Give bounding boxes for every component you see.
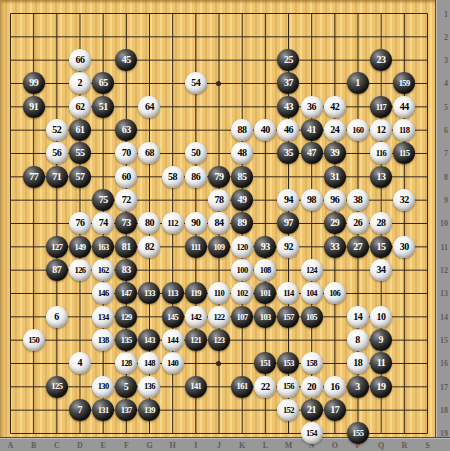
white-stone-64: 64 [138, 96, 160, 118]
row-label-14: 14 [440, 312, 448, 321]
row-label-1: 1 [444, 9, 448, 18]
white-stone-42: 42 [324, 96, 346, 118]
black-stone-13: 13 [370, 166, 392, 188]
black-stone-105: 105 [301, 306, 323, 328]
white-stone-82: 82 [138, 236, 160, 258]
black-stone-147: 147 [115, 282, 137, 304]
white-stone-88: 88 [231, 119, 253, 141]
white-stone-10: 10 [370, 306, 392, 328]
column-label-F: F [124, 441, 129, 450]
black-stone-119: 119 [185, 282, 207, 304]
black-stone-99: 99 [23, 72, 45, 94]
black-stone-131: 131 [92, 399, 114, 421]
black-stone-57: 57 [69, 166, 91, 188]
column-label-C: C [54, 441, 60, 450]
white-stone-138: 138 [92, 329, 114, 351]
white-stone-28: 28 [370, 212, 392, 234]
column-label-S: S [425, 441, 429, 450]
black-stone-77: 77 [23, 166, 45, 188]
black-stone-111: 111 [185, 236, 207, 258]
row-label-4: 4 [444, 79, 448, 88]
white-stone-100: 100 [231, 259, 253, 281]
black-stone-35: 35 [277, 142, 299, 164]
black-stone-163: 163 [92, 236, 114, 258]
column-label-M: M [285, 441, 293, 450]
black-stone-137: 137 [115, 399, 137, 421]
black-stone-7: 7 [69, 399, 91, 421]
white-stone-50: 50 [185, 142, 207, 164]
black-stone-129: 129 [115, 306, 137, 328]
black-stone-87: 87 [46, 259, 68, 281]
black-stone-97: 97 [277, 212, 299, 234]
black-stone-121: 121 [185, 329, 207, 351]
white-stone-136: 136 [138, 376, 160, 398]
white-stone-30: 30 [393, 236, 415, 258]
white-stone-62: 62 [69, 96, 91, 118]
black-stone-141: 141 [185, 376, 207, 398]
row-label-16: 16 [440, 359, 448, 368]
white-stone-118: 118 [393, 119, 415, 141]
row-label-11: 11 [440, 242, 448, 251]
white-stone-8: 8 [347, 329, 369, 351]
white-stone-154: 154 [301, 422, 323, 444]
black-stone-101: 101 [254, 282, 276, 304]
column-label-H: H [170, 441, 176, 450]
white-stone-56: 56 [46, 142, 68, 164]
column-label-A: A [8, 441, 14, 450]
white-stone-120: 120 [231, 236, 253, 258]
white-stone-32: 32 [393, 189, 415, 211]
white-stone-150: 150 [23, 329, 45, 351]
black-stone-21: 21 [301, 399, 323, 421]
black-stone-19: 19 [370, 376, 392, 398]
black-stone-81: 81 [115, 236, 137, 258]
white-stone-74: 74 [92, 212, 114, 234]
white-stone-22: 22 [254, 376, 276, 398]
star-point [216, 361, 221, 366]
white-stone-102: 102 [231, 282, 253, 304]
white-stone-98: 98 [301, 189, 323, 211]
black-stone-145: 145 [162, 306, 184, 328]
column-label-L: L [263, 441, 268, 450]
black-stone-9: 9 [370, 329, 392, 351]
black-stone-1: 1 [347, 72, 369, 94]
row-label-10: 10 [440, 219, 448, 228]
column-label-R: R [401, 441, 407, 450]
row-label-8: 8 [444, 172, 448, 181]
white-stone-86: 86 [185, 166, 207, 188]
black-stone-161: 161 [231, 376, 253, 398]
black-stone-149: 149 [69, 236, 91, 258]
black-stone-47: 47 [301, 142, 323, 164]
column-label-E: E [100, 441, 105, 450]
white-stone-12: 12 [370, 119, 392, 141]
black-stone-75: 75 [92, 189, 114, 211]
black-stone-25: 25 [277, 49, 299, 71]
white-stone-70: 70 [115, 142, 137, 164]
black-stone-73: 73 [115, 212, 137, 234]
black-stone-159: 159 [393, 72, 415, 94]
black-stone-157: 157 [277, 306, 299, 328]
black-stone-125: 125 [46, 376, 68, 398]
white-stone-60: 60 [115, 166, 137, 188]
white-stone-76: 76 [69, 212, 91, 234]
black-stone-115: 115 [393, 142, 415, 164]
black-stone-89: 89 [231, 212, 253, 234]
white-stone-152: 152 [277, 399, 299, 421]
white-stone-110: 110 [208, 282, 230, 304]
white-stone-44: 44 [393, 96, 415, 118]
white-stone-90: 90 [185, 212, 207, 234]
black-stone-123: 123 [208, 329, 230, 351]
white-stone-46: 46 [277, 119, 299, 141]
black-stone-85: 85 [231, 166, 253, 188]
star-point [216, 81, 221, 86]
white-stone-160: 160 [347, 119, 369, 141]
black-stone-27: 27 [347, 236, 369, 258]
black-stone-79: 79 [208, 166, 230, 188]
white-stone-116: 116 [370, 142, 392, 164]
white-stone-52: 52 [46, 119, 68, 141]
black-stone-139: 139 [138, 399, 160, 421]
black-stone-55: 55 [69, 142, 91, 164]
black-stone-51: 51 [92, 96, 114, 118]
white-stone-92: 92 [277, 236, 299, 258]
black-stone-3: 3 [347, 376, 369, 398]
row-label-9: 9 [444, 196, 448, 205]
black-stone-153: 153 [277, 352, 299, 374]
white-stone-104: 104 [301, 282, 323, 304]
black-stone-65: 65 [92, 72, 114, 94]
column-label-D: D [77, 441, 83, 450]
go-game-record-viewer: 1234567891011121314151617181920212223242… [0, 0, 450, 451]
white-stone-96: 96 [324, 189, 346, 211]
column-label-O: O [332, 441, 338, 450]
black-stone-93: 93 [254, 236, 276, 258]
row-label-6: 6 [444, 126, 448, 135]
white-stone-140: 140 [162, 352, 184, 374]
black-stone-103: 103 [254, 306, 276, 328]
black-stone-71: 71 [46, 166, 68, 188]
white-stone-112: 112 [162, 212, 184, 234]
black-stone-107: 107 [231, 306, 253, 328]
white-stone-80: 80 [138, 212, 160, 234]
black-stone-113: 113 [162, 282, 184, 304]
white-stone-78: 78 [208, 189, 230, 211]
black-stone-135: 135 [115, 329, 137, 351]
white-stone-84: 84 [208, 212, 230, 234]
white-stone-108: 108 [254, 259, 276, 281]
white-stone-68: 68 [138, 142, 160, 164]
column-label-B: B [31, 441, 36, 450]
column-label-G: G [146, 441, 152, 450]
black-stone-33: 33 [324, 236, 346, 258]
row-label-17: 17 [440, 382, 448, 391]
row-coordinates-strip: 12345678910111213141516171819 [435, 0, 450, 437]
black-stone-41: 41 [301, 119, 323, 141]
black-stone-109: 109 [208, 236, 230, 258]
white-stone-34: 34 [370, 259, 392, 281]
white-stone-128: 128 [115, 352, 137, 374]
white-stone-48: 48 [231, 142, 253, 164]
black-stone-143: 143 [138, 329, 160, 351]
white-stone-14: 14 [347, 306, 369, 328]
white-stone-40: 40 [254, 119, 276, 141]
white-stone-134: 134 [92, 306, 114, 328]
black-stone-5: 5 [115, 376, 137, 398]
white-stone-4: 4 [69, 352, 91, 374]
white-stone-66: 66 [69, 49, 91, 71]
white-stone-72: 72 [115, 189, 137, 211]
row-label-15: 15 [440, 336, 448, 345]
white-stone-38: 38 [347, 189, 369, 211]
row-label-7: 7 [444, 149, 448, 158]
black-stone-49: 49 [231, 189, 253, 211]
white-stone-2: 2 [69, 72, 91, 94]
white-stone-16: 16 [324, 376, 346, 398]
column-label-K: K [239, 441, 245, 450]
white-stone-94: 94 [277, 189, 299, 211]
column-label-Q: Q [378, 441, 384, 450]
black-stone-63: 63 [115, 119, 137, 141]
black-stone-31: 31 [324, 166, 346, 188]
white-stone-162: 162 [92, 259, 114, 281]
black-stone-117: 117 [370, 96, 392, 118]
black-stone-11: 11 [370, 352, 392, 374]
column-coordinates-strip: ABCDEFGHIJKLMNOPQRS [0, 437, 450, 451]
black-stone-91: 91 [23, 96, 45, 118]
black-stone-15: 15 [370, 236, 392, 258]
black-stone-43: 43 [277, 96, 299, 118]
white-stone-148: 148 [138, 352, 160, 374]
row-label-13: 13 [440, 289, 448, 298]
row-label-5: 5 [444, 102, 448, 111]
column-label-I: I [194, 441, 197, 450]
white-stone-156: 156 [277, 376, 299, 398]
black-stone-45: 45 [115, 49, 137, 71]
white-stone-6: 6 [46, 306, 68, 328]
black-stone-127: 127 [46, 236, 68, 258]
white-stone-130: 130 [92, 376, 114, 398]
white-stone-146: 146 [92, 282, 114, 304]
white-stone-26: 26 [347, 212, 369, 234]
white-stone-142: 142 [185, 306, 207, 328]
row-label-2: 2 [444, 32, 448, 41]
white-stone-106: 106 [324, 282, 346, 304]
black-stone-133: 133 [138, 282, 160, 304]
white-stone-18: 18 [347, 352, 369, 374]
white-stone-126: 126 [69, 259, 91, 281]
black-stone-23: 23 [370, 49, 392, 71]
black-stone-29: 29 [324, 212, 346, 234]
black-stone-151: 151 [254, 352, 276, 374]
black-stone-37: 37 [277, 72, 299, 94]
white-stone-58: 58 [162, 166, 184, 188]
row-label-18: 18 [440, 406, 448, 415]
black-stone-83: 83 [115, 259, 137, 281]
row-label-3: 3 [444, 56, 448, 65]
row-label-12: 12 [440, 266, 448, 275]
black-stone-61: 61 [69, 119, 91, 141]
white-stone-144: 144 [162, 329, 184, 351]
board-intersections-grid: 1234567891011121314151617181920212223242… [0, 2, 439, 445]
white-stone-20: 20 [301, 376, 323, 398]
white-stone-122: 122 [208, 306, 230, 328]
white-stone-158: 158 [301, 352, 323, 374]
white-stone-114: 114 [277, 282, 299, 304]
column-label-J: J [217, 441, 221, 450]
white-stone-24: 24 [324, 119, 346, 141]
white-stone-124: 124 [301, 259, 323, 281]
black-stone-17: 17 [324, 399, 346, 421]
white-stone-36: 36 [301, 96, 323, 118]
black-stone-39: 39 [324, 142, 346, 164]
white-stone-54: 54 [185, 72, 207, 94]
